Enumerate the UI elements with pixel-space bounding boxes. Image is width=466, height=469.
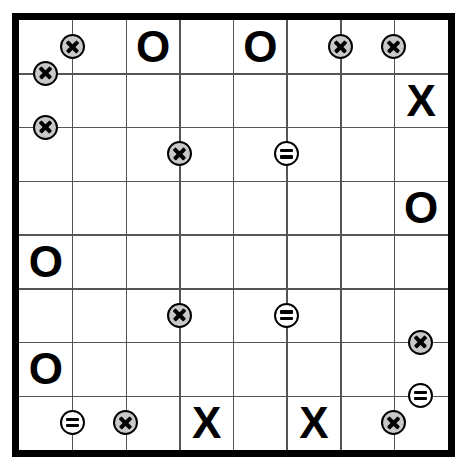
cell-r4c6[interactable]: [287, 181, 341, 235]
cell-r5c6[interactable]: [287, 235, 341, 289]
cell-r7c1[interactable]: O: [19, 343, 73, 397]
cell-r4c4[interactable]: [180, 181, 234, 235]
cell-r4c1[interactable]: [19, 181, 73, 235]
cell-r4c5[interactable]: [234, 181, 288, 235]
cell-r2c5[interactable]: [234, 74, 288, 128]
cell-r2c7[interactable]: [341, 74, 395, 128]
cell-r6c7[interactable]: [341, 289, 395, 343]
cell-r2c3[interactable]: [126, 74, 180, 128]
equals-mark: [280, 149, 293, 152]
edge-clue-x-r6-c3c4: [167, 303, 192, 328]
equals-mark: [280, 317, 293, 320]
edge-clue-x-r1-c1c2: [60, 34, 85, 59]
cell-r5c5[interactable]: [234, 235, 288, 289]
cell-r1c3[interactable]: O: [126, 20, 180, 74]
cell-r4c3[interactable]: [126, 181, 180, 235]
cell-r7c4[interactable]: [180, 343, 234, 397]
cell-r3c7[interactable]: [341, 128, 395, 182]
cell-r6c2[interactable]: [73, 289, 127, 343]
cell-r5c3[interactable]: [126, 235, 180, 289]
cell-r5c8[interactable]: [394, 235, 448, 289]
cell-r7c7[interactable]: [341, 343, 395, 397]
cell-r7c5[interactable]: [234, 343, 288, 397]
cell-r8c4[interactable]: X: [180, 396, 234, 450]
edge-clue-x-c1-r2r3: [33, 115, 58, 140]
equals-mark: [280, 310, 293, 313]
cell-r1c4[interactable]: [180, 20, 234, 74]
cell-r8c6[interactable]: X: [287, 396, 341, 450]
cell-r5c1[interactable]: O: [19, 235, 73, 289]
cell-r7c2[interactable]: [73, 343, 127, 397]
edge-clue-x-r1-c6c7: [328, 34, 353, 59]
cell-r4c2[interactable]: [73, 181, 127, 235]
cell-r1c5[interactable]: O: [234, 20, 288, 74]
cell-r4c8[interactable]: O: [394, 181, 448, 235]
cell-r2c4[interactable]: [180, 74, 234, 128]
cell-r5c4[interactable]: [180, 235, 234, 289]
equals-mark: [414, 397, 427, 400]
cell-r4c7[interactable]: [341, 181, 395, 235]
cell-r5c7[interactable]: [341, 235, 395, 289]
equals-mark: [66, 418, 79, 421]
edge-clue-x-c8-r6r7: [408, 330, 433, 355]
cell-r2c8[interactable]: X: [394, 74, 448, 128]
cell-r6c1[interactable]: [19, 289, 73, 343]
puzzle-page: OOXOOOXX: [0, 0, 466, 469]
cell-r8c5[interactable]: [234, 396, 288, 450]
cell-r7c3[interactable]: [126, 343, 180, 397]
edge-clue-x-c1-r1r2: [33, 61, 58, 86]
equals-mark: [66, 424, 79, 427]
cell-r3c2[interactable]: [73, 128, 127, 182]
edge-clue-equals-r8-c1c2: [60, 410, 85, 435]
equals-mark: [280, 155, 293, 158]
cell-r5c2[interactable]: [73, 235, 127, 289]
puzzle-board: OOXOOOXX: [12, 13, 455, 457]
cell-r2c6[interactable]: [287, 74, 341, 128]
cell-r2c2[interactable]: [73, 74, 127, 128]
cell-r3c8[interactable]: [394, 128, 448, 182]
edge-clue-equals-r6-c5c6: [274, 303, 299, 328]
equals-mark: [414, 391, 427, 394]
cell-r7c6[interactable]: [287, 343, 341, 397]
